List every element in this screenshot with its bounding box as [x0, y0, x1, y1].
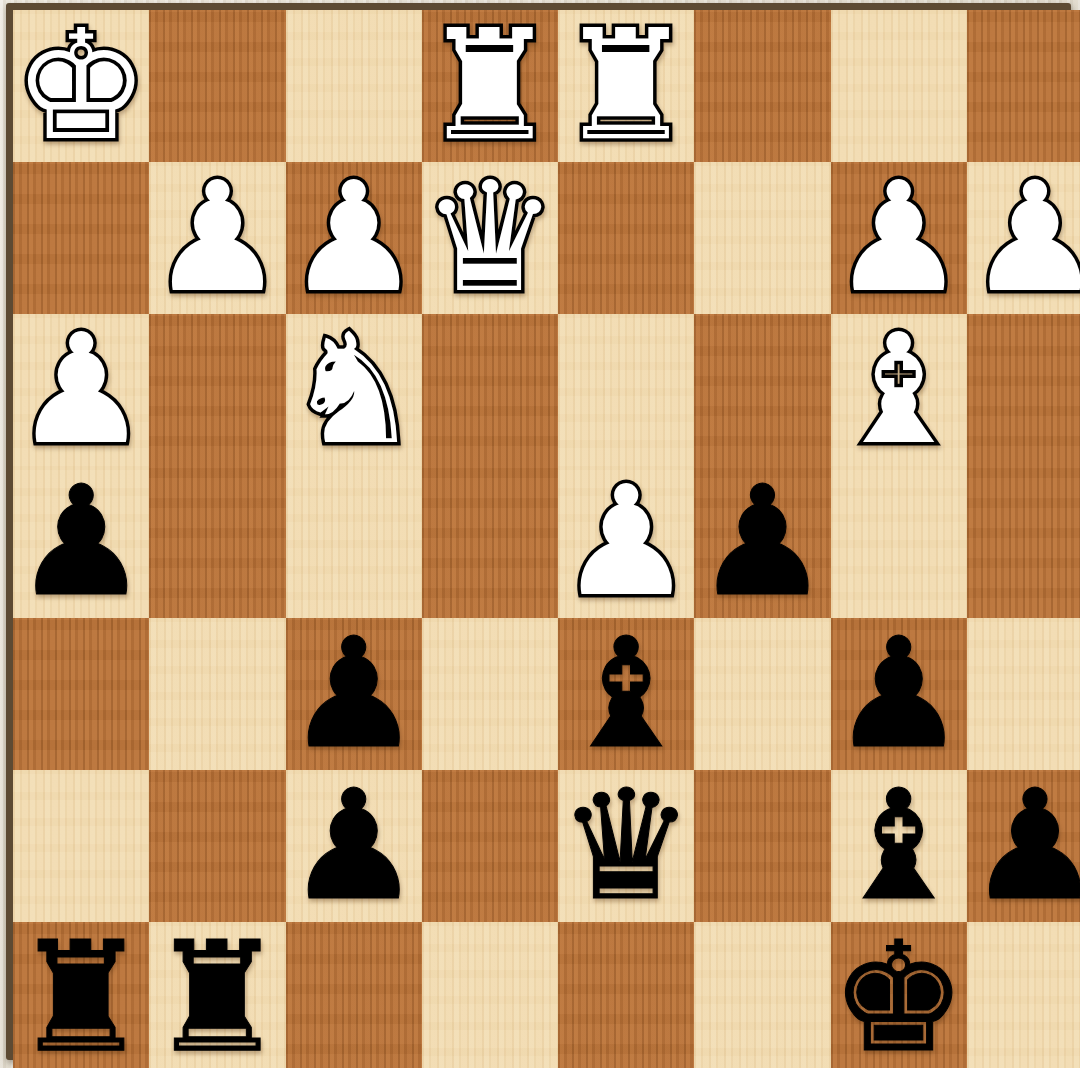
square-g6[interactable] — [149, 618, 285, 770]
square-e6[interactable] — [422, 618, 558, 770]
white-pawn[interactable]: ♟ — [967, 162, 1080, 314]
square-a1[interactable] — [967, 10, 1080, 162]
square-f5[interactable] — [286, 466, 422, 618]
white-pawn[interactable]: ♟ — [286, 162, 422, 314]
white-pawn[interactable]: ♟ — [831, 162, 967, 314]
black-pawn[interactable]: ♟ — [967, 770, 1080, 922]
white-pawn[interactable]: ♟ — [149, 162, 285, 314]
square-e3[interactable] — [422, 314, 558, 466]
square-h6[interactable] — [13, 618, 149, 770]
square-f6[interactable]: ♟ — [286, 618, 422, 770]
square-c7[interactable] — [694, 770, 830, 922]
black-bishop[interactable]: ♝ — [831, 770, 967, 922]
square-c1[interactable] — [694, 10, 830, 162]
square-h5[interactable]: ♟ — [13, 466, 149, 618]
white-queen[interactable]: ♛ — [422, 162, 558, 314]
square-h8[interactable]: ♜ — [13, 922, 149, 1068]
square-d3[interactable] — [558, 314, 694, 466]
square-f8[interactable] — [286, 922, 422, 1068]
square-a7[interactable]: ♟ — [967, 770, 1080, 922]
square-e2[interactable]: ♛ — [422, 162, 558, 314]
white-king[interactable]: ♚ — [13, 10, 149, 162]
board-frame: ♚♜♜♟♟♛♟♟♟♞♝♟♟♟♟♝♟♟♛♝♟♜♜♚ — [6, 3, 1071, 1060]
square-a3[interactable] — [967, 314, 1080, 466]
white-pawn[interactable]: ♟ — [13, 314, 149, 466]
square-b2[interactable]: ♟ — [831, 162, 967, 314]
square-g3[interactable] — [149, 314, 285, 466]
square-g7[interactable] — [149, 770, 285, 922]
square-a5[interactable] — [967, 466, 1080, 618]
square-h7[interactable] — [13, 770, 149, 922]
black-pawn[interactable]: ♟ — [694, 466, 830, 618]
square-g2[interactable]: ♟ — [149, 162, 285, 314]
square-c2[interactable] — [694, 162, 830, 314]
square-b5[interactable] — [831, 466, 967, 618]
square-b8[interactable]: ♚ — [831, 922, 967, 1068]
square-c3[interactable] — [694, 314, 830, 466]
square-b3[interactable]: ♝ — [831, 314, 967, 466]
square-b7[interactable]: ♝ — [831, 770, 967, 922]
square-b1[interactable] — [831, 10, 967, 162]
square-g1[interactable] — [149, 10, 285, 162]
black-queen[interactable]: ♛ — [558, 770, 694, 922]
square-c6[interactable] — [694, 618, 830, 770]
black-pawn[interactable]: ♟ — [286, 770, 422, 922]
black-bishop[interactable]: ♝ — [558, 618, 694, 770]
square-d5[interactable]: ♟ — [558, 466, 694, 618]
square-h3[interactable]: ♟ — [13, 314, 149, 466]
square-b6[interactable]: ♟ — [831, 618, 967, 770]
square-a8[interactable] — [967, 922, 1080, 1068]
square-d7[interactable]: ♛ — [558, 770, 694, 922]
white-bishop[interactable]: ♝ — [831, 314, 967, 466]
square-e1[interactable]: ♜ — [422, 10, 558, 162]
black-pawn[interactable]: ♟ — [286, 618, 422, 770]
white-pawn[interactable]: ♟ — [558, 466, 694, 618]
square-f3[interactable]: ♞ — [286, 314, 422, 466]
square-d6[interactable]: ♝ — [558, 618, 694, 770]
black-rook[interactable]: ♜ — [13, 922, 149, 1068]
square-g5[interactable] — [149, 466, 285, 618]
square-h2[interactable] — [13, 162, 149, 314]
square-a2[interactable]: ♟ — [967, 162, 1080, 314]
black-pawn[interactable]: ♟ — [831, 618, 967, 770]
square-g8[interactable]: ♜ — [149, 922, 285, 1068]
white-rook[interactable]: ♜ — [422, 10, 558, 162]
square-f7[interactable]: ♟ — [286, 770, 422, 922]
square-d1[interactable]: ♜ — [558, 10, 694, 162]
black-king[interactable]: ♚ — [831, 922, 967, 1068]
square-f2[interactable]: ♟ — [286, 162, 422, 314]
square-d8[interactable] — [558, 922, 694, 1068]
square-e5[interactable] — [422, 466, 558, 618]
chess-board: ♚♜♜♟♟♛♟♟♟♞♝♟♟♟♟♝♟♟♛♝♟♜♜♚ — [13, 10, 1064, 1053]
white-rook[interactable]: ♜ — [558, 10, 694, 162]
square-h1[interactable]: ♚ — [13, 10, 149, 162]
white-knight[interactable]: ♞ — [286, 314, 422, 466]
black-pawn[interactable]: ♟ — [13, 466, 149, 618]
square-d2[interactable] — [558, 162, 694, 314]
square-e8[interactable] — [422, 922, 558, 1068]
square-a6[interactable] — [967, 618, 1080, 770]
square-c5[interactable]: ♟ — [694, 466, 830, 618]
square-c8[interactable] — [694, 922, 830, 1068]
square-e7[interactable] — [422, 770, 558, 922]
black-rook[interactable]: ♜ — [149, 922, 285, 1068]
square-f1[interactable] — [286, 10, 422, 162]
